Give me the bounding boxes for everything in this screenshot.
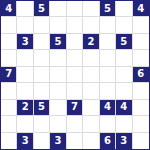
- empty-cell[interactable]: [17, 50, 33, 66]
- empty-cell[interactable]: [50, 83, 66, 99]
- empty-cell[interactable]: [50, 67, 66, 83]
- empty-cell[interactable]: [1, 34, 17, 50]
- clue-cell: 4: [133, 1, 149, 17]
- empty-cell[interactable]: [116, 116, 132, 132]
- empty-cell[interactable]: [116, 50, 132, 66]
- empty-cell[interactable]: [50, 116, 66, 132]
- empty-cell[interactable]: [67, 67, 83, 83]
- empty-cell[interactable]: [17, 116, 33, 132]
- empty-cell[interactable]: [34, 83, 50, 99]
- empty-cell[interactable]: [17, 1, 33, 17]
- empty-cell[interactable]: [50, 17, 66, 33]
- empty-cell[interactable]: [100, 67, 116, 83]
- empty-cell[interactable]: [1, 133, 17, 149]
- empty-cell[interactable]: [83, 116, 99, 132]
- clue-cell: 3: [50, 133, 66, 149]
- empty-cell[interactable]: [116, 67, 132, 83]
- empty-cell[interactable]: [34, 34, 50, 50]
- empty-cell[interactable]: [133, 83, 149, 99]
- clue-cell: 3: [116, 133, 132, 149]
- empty-cell[interactable]: [100, 17, 116, 33]
- empty-cell[interactable]: [17, 83, 33, 99]
- empty-cell[interactable]: [100, 34, 116, 50]
- empty-cell[interactable]: [83, 50, 99, 66]
- empty-cell[interactable]: [50, 1, 66, 17]
- clue-cell: 4: [1, 1, 17, 17]
- empty-cell[interactable]: [34, 133, 50, 149]
- empty-cell[interactable]: [34, 50, 50, 66]
- empty-cell[interactable]: [1, 83, 17, 99]
- empty-cell[interactable]: [83, 67, 99, 83]
- empty-cell[interactable]: [83, 133, 99, 149]
- empty-cell[interactable]: [83, 100, 99, 116]
- empty-cell[interactable]: [67, 116, 83, 132]
- empty-cell[interactable]: [34, 17, 50, 33]
- clue-cell: 5: [50, 34, 66, 50]
- empty-cell[interactable]: [1, 17, 17, 33]
- empty-cell[interactable]: [133, 50, 149, 66]
- empty-cell[interactable]: [100, 83, 116, 99]
- empty-cell[interactable]: [133, 133, 149, 149]
- empty-cell[interactable]: [116, 17, 132, 33]
- empty-cell[interactable]: [133, 34, 149, 50]
- clue-cell: 7: [67, 100, 83, 116]
- clue-cell: 4: [116, 100, 132, 116]
- empty-cell[interactable]: [34, 116, 50, 132]
- clue-cell: 5: [100, 1, 116, 17]
- puzzle-board: 4554352576257443363: [0, 0, 150, 150]
- empty-cell[interactable]: [50, 100, 66, 116]
- empty-cell[interactable]: [1, 100, 17, 116]
- empty-cell[interactable]: [83, 17, 99, 33]
- empty-cell[interactable]: [1, 116, 17, 132]
- empty-cell[interactable]: [67, 133, 83, 149]
- empty-cell[interactable]: [133, 100, 149, 116]
- clue-cell: 6: [133, 67, 149, 83]
- clue-cell: 2: [17, 100, 33, 116]
- clue-cell: 4: [100, 100, 116, 116]
- clue-cell: 3: [17, 34, 33, 50]
- empty-cell[interactable]: [67, 83, 83, 99]
- empty-cell[interactable]: [34, 67, 50, 83]
- empty-cell[interactable]: [67, 50, 83, 66]
- clue-cell: 5: [116, 34, 132, 50]
- empty-cell[interactable]: [1, 50, 17, 66]
- empty-cell[interactable]: [100, 116, 116, 132]
- empty-cell[interactable]: [116, 1, 132, 17]
- empty-cell[interactable]: [67, 1, 83, 17]
- empty-cell[interactable]: [17, 67, 33, 83]
- clue-cell: 2: [83, 34, 99, 50]
- empty-cell[interactable]: [133, 116, 149, 132]
- clue-cell: 5: [34, 1, 50, 17]
- clue-cell: 5: [34, 100, 50, 116]
- empty-cell[interactable]: [67, 17, 83, 33]
- empty-cell[interactable]: [83, 1, 99, 17]
- clue-cell: 6: [100, 133, 116, 149]
- empty-cell[interactable]: [17, 17, 33, 33]
- empty-cell[interactable]: [100, 50, 116, 66]
- clue-cell: 3: [17, 133, 33, 149]
- clue-cell: 7: [1, 67, 17, 83]
- empty-cell[interactable]: [133, 17, 149, 33]
- empty-cell[interactable]: [116, 83, 132, 99]
- empty-cell[interactable]: [83, 83, 99, 99]
- empty-cell[interactable]: [50, 50, 66, 66]
- empty-cell[interactable]: [67, 34, 83, 50]
